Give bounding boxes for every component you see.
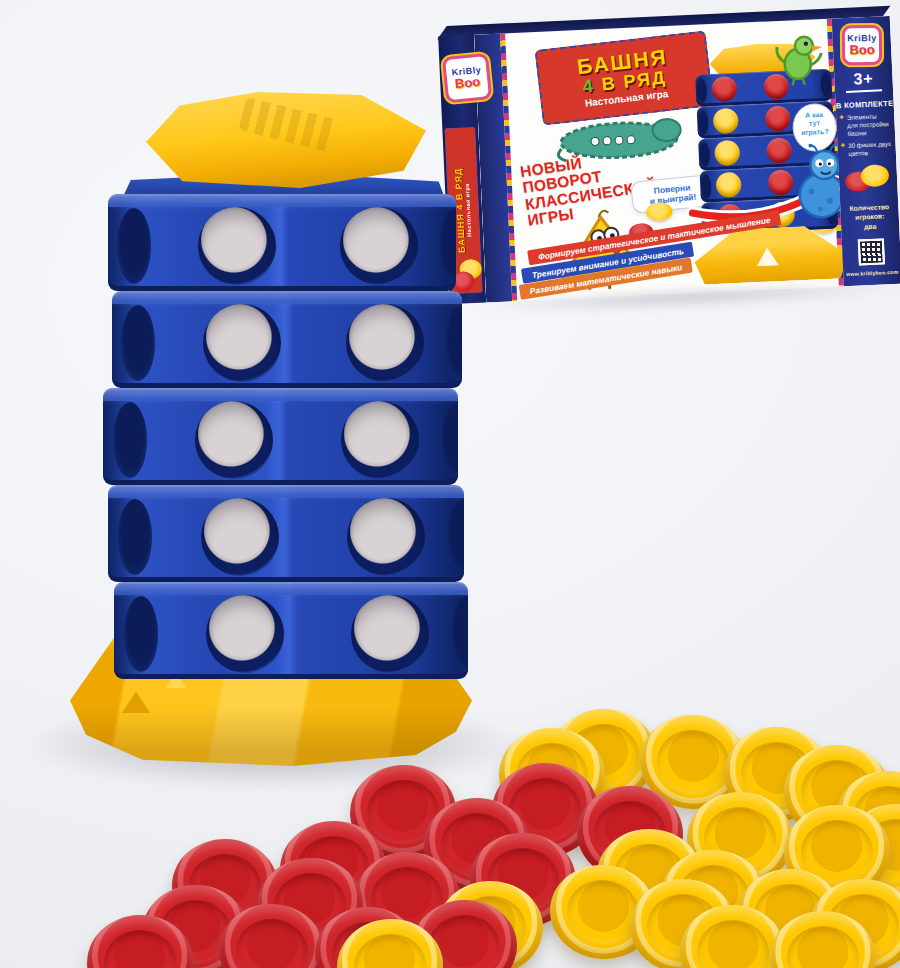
loose-discs-area (0, 0, 900, 968)
product-photo-scene: БАШНЯ 4 В РЯД Настольная игра KriBly Boo… (0, 0, 900, 968)
